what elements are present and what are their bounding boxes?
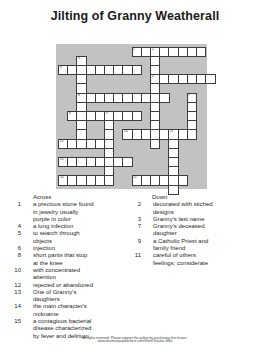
grid-cell	[205, 74, 215, 84]
cell-number: 14	[60, 176, 63, 179]
clue-number: 9	[120, 238, 141, 253]
clue-item: 7Granny's deceased daughter	[120, 223, 270, 238]
clue-text: a Catholic Priest and family friend	[153, 238, 241, 253]
clue-text: rejected or abandoned	[33, 282, 120, 289]
clue-text: Granny's last name	[153, 216, 241, 223]
clue-number: 4	[0, 223, 21, 230]
cell-number: 10	[124, 130, 127, 133]
footer-credit: All rights reserved. Please support the …	[61, 336, 210, 343]
clue-item: 8short pants that stop at the knee	[0, 252, 120, 267]
cell-number: 8	[69, 112, 71, 115]
cell-number: 1	[133, 48, 135, 51]
cell-number: 4	[60, 66, 62, 69]
clues-down-section: Down 2decorated with stiched designs3Gra…	[120, 194, 270, 267]
grid-cell	[132, 111, 142, 121]
cell-number: 5	[152, 75, 154, 78]
clue-number: 13	[0, 289, 21, 304]
clue-number: 8	[0, 252, 21, 267]
clue-number: 6	[0, 245, 21, 252]
clue-item: 3Granny's last name	[120, 216, 270, 223]
clue-item: 10with concentrated attention	[0, 267, 120, 282]
clue-item: 13One of Granny's daughters	[0, 289, 120, 304]
down-header: Down	[152, 194, 270, 201]
clue-item: 11careful of others feelings; considerat…	[120, 252, 270, 267]
cell-number: 9	[106, 112, 108, 115]
clue-number: 1	[0, 201, 21, 223]
grid-cell	[104, 175, 114, 185]
clue-item: 6injection	[0, 245, 120, 252]
clue-text: injection	[33, 245, 120, 252]
cell-number: 7	[188, 94, 190, 97]
clue-item: 1a precious stone found in jewelry usual…	[0, 201, 120, 223]
grid-cell	[132, 65, 142, 75]
clues-across-section: Across 1a precious stone found in jewelr…	[0, 194, 120, 340]
clue-number: 12	[0, 282, 21, 289]
clue-number: 15	[0, 318, 21, 340]
clue-item: 9a Catholic Priest and family friend	[120, 238, 270, 253]
clue-text: a precious stone found in jewelry usuall…	[33, 201, 120, 223]
cell-number: 11	[170, 130, 173, 133]
clue-number: 5	[0, 230, 21, 245]
clue-text: with concentrated attention	[33, 267, 120, 282]
down-clue-list: 2decorated with stiched designs3Granny's…	[120, 201, 270, 267]
grid-cell	[187, 129, 197, 139]
clue-item: 14the main character's nickname	[0, 303, 120, 318]
clue-number: 2	[120, 201, 141, 216]
cell-number: 3	[78, 57, 80, 60]
clue-text: to search through objects	[33, 230, 120, 245]
grid-cell	[150, 139, 160, 149]
across-header: Across	[33, 194, 120, 201]
cell-number: 6	[78, 94, 80, 97]
clue-text: One of Granny's daughters	[33, 289, 120, 304]
clue-text: a lung infection	[33, 223, 120, 230]
clue-text: the main character's nickname	[33, 303, 120, 318]
clue-item: 4a lung infection	[0, 223, 120, 230]
grid-cell	[122, 157, 132, 167]
clue-text: Granny's deceased daughter	[153, 223, 241, 238]
clue-text: decorated with stiched designs	[153, 201, 241, 216]
clue-text: short pants that stop at the knee	[33, 252, 120, 267]
clue-item: 12rejected or abandoned	[0, 282, 120, 289]
cell-number: 2	[152, 48, 154, 51]
cell-number: 15	[133, 176, 136, 179]
cell-number: 13	[60, 158, 63, 161]
clue-text: careful of others feelings; considerate	[153, 252, 241, 267]
clue-number: 14	[0, 303, 21, 318]
grid-cell	[196, 47, 206, 57]
clue-number: 3	[120, 216, 141, 223]
grid-cell	[178, 175, 188, 185]
clue-item: 5to search through objects	[0, 230, 120, 245]
cell-number: 12	[60, 140, 63, 143]
clue-item: 2decorated with stiched designs	[120, 201, 270, 216]
grid-cell	[159, 93, 169, 103]
clue-number: 10	[0, 267, 21, 282]
clue-number: 7	[120, 223, 141, 238]
clue-number: 11	[120, 252, 141, 267]
across-clue-list: 1a precious stone found in jewelry usual…	[0, 201, 120, 340]
